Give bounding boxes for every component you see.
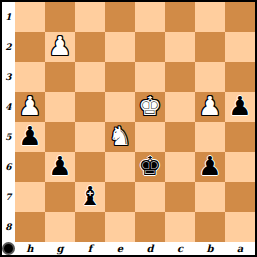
rank-label-7: 7 (2, 182, 15, 212)
square-b7[interactable] (195, 182, 225, 212)
black-bishop-piece[interactable]: ♝ (75, 182, 105, 212)
square-d5[interactable] (135, 122, 165, 152)
square-a1[interactable] (225, 2, 255, 32)
square-e8[interactable] (105, 212, 135, 242)
black-pawn-piece[interactable]: ♟ (195, 152, 225, 182)
white-pawn-piece[interactable]: ♟ (45, 32, 75, 62)
black-king-piece[interactable]: ♚ (135, 152, 165, 182)
square-g4[interactable] (45, 92, 75, 122)
file-label-e: e (105, 243, 135, 254)
square-b5[interactable] (195, 122, 225, 152)
white-pawn-piece[interactable]: ♟ (15, 92, 45, 122)
square-a2[interactable] (225, 32, 255, 62)
chess-diagram: 12345678 ♟♟♚♟♟♟♞♟♚♟♝ hgfedcba (0, 0, 257, 257)
square-g7[interactable] (45, 182, 75, 212)
black-pawn-piece[interactable]: ♟ (45, 152, 75, 182)
square-d4[interactable]: ♚ (135, 92, 165, 122)
square-h7[interactable] (15, 182, 45, 212)
rank-label-5: 5 (2, 122, 15, 152)
file-label-h: h (15, 243, 45, 254)
square-e7[interactable] (105, 182, 135, 212)
square-f6[interactable] (75, 152, 105, 182)
square-g3[interactable] (45, 62, 75, 92)
square-g5[interactable] (45, 122, 75, 152)
square-h1[interactable] (15, 2, 45, 32)
file-labels-gutter: hgfedcba (2, 242, 255, 255)
square-e6[interactable] (105, 152, 135, 182)
file-label-d: d (135, 243, 165, 254)
white-knight-piece[interactable]: ♞ (105, 122, 135, 152)
chess-board: ♟♟♚♟♟♟♞♟♚♟♝ (15, 2, 255, 242)
file-label-c: c (165, 243, 195, 254)
file-label-b: b (195, 243, 225, 254)
rank-label-3: 3 (2, 62, 15, 92)
square-a5[interactable] (225, 122, 255, 152)
square-f5[interactable] (75, 122, 105, 152)
white-pawn-piece[interactable]: ♟ (195, 92, 225, 122)
square-b2[interactable] (195, 32, 225, 62)
square-a3[interactable] (225, 62, 255, 92)
to-move-corner (2, 242, 15, 255)
square-e1[interactable] (105, 2, 135, 32)
square-g6[interactable]: ♟ (45, 152, 75, 182)
square-f3[interactable] (75, 62, 105, 92)
square-d1[interactable] (135, 2, 165, 32)
square-e4[interactable] (105, 92, 135, 122)
square-f2[interactable] (75, 32, 105, 62)
square-g8[interactable] (45, 212, 75, 242)
square-h4[interactable]: ♟ (15, 92, 45, 122)
rank-label-6: 6 (2, 152, 15, 182)
square-a6[interactable] (225, 152, 255, 182)
square-d3[interactable] (135, 62, 165, 92)
white-king-piece[interactable]: ♚ (135, 92, 165, 122)
square-f8[interactable] (75, 212, 105, 242)
square-c6[interactable] (165, 152, 195, 182)
square-a8[interactable] (225, 212, 255, 242)
square-e5[interactable]: ♞ (105, 122, 135, 152)
square-b6[interactable]: ♟ (195, 152, 225, 182)
rank-label-1: 1 (2, 2, 15, 32)
square-a7[interactable] (225, 182, 255, 212)
square-d6[interactable]: ♚ (135, 152, 165, 182)
square-c2[interactable] (165, 32, 195, 62)
rank-label-4: 4 (2, 92, 15, 122)
rank-label-8: 8 (2, 212, 15, 242)
square-h2[interactable] (15, 32, 45, 62)
square-c7[interactable] (165, 182, 195, 212)
square-a4[interactable]: ♟ (225, 92, 255, 122)
square-b1[interactable] (195, 2, 225, 32)
file-label-f: f (75, 243, 105, 254)
black-pawn-piece[interactable]: ♟ (225, 92, 255, 122)
file-label-g: g (45, 243, 75, 254)
square-c8[interactable] (165, 212, 195, 242)
square-h3[interactable] (15, 62, 45, 92)
square-f7[interactable]: ♝ (75, 182, 105, 212)
square-e2[interactable] (105, 32, 135, 62)
square-h8[interactable] (15, 212, 45, 242)
rank-label-2: 2 (2, 32, 15, 62)
square-d7[interactable] (135, 182, 165, 212)
rank-labels-gutter: 12345678 (2, 2, 15, 242)
file-label-a: a (225, 243, 255, 254)
square-c5[interactable] (165, 122, 195, 152)
square-d8[interactable] (135, 212, 165, 242)
square-h5[interactable]: ♟ (15, 122, 45, 152)
black-pawn-piece[interactable]: ♟ (15, 122, 45, 152)
square-g2[interactable]: ♟ (45, 32, 75, 62)
square-f4[interactable] (75, 92, 105, 122)
square-g1[interactable] (45, 2, 75, 32)
square-b3[interactable] (195, 62, 225, 92)
square-c4[interactable] (165, 92, 195, 122)
black-to-move-indicator-icon (2, 242, 15, 255)
square-c1[interactable] (165, 2, 195, 32)
square-d2[interactable] (135, 32, 165, 62)
square-b8[interactable] (195, 212, 225, 242)
square-h6[interactable] (15, 152, 45, 182)
square-f1[interactable] (75, 2, 105, 32)
square-b4[interactable]: ♟ (195, 92, 225, 122)
square-e3[interactable] (105, 62, 135, 92)
square-c3[interactable] (165, 62, 195, 92)
